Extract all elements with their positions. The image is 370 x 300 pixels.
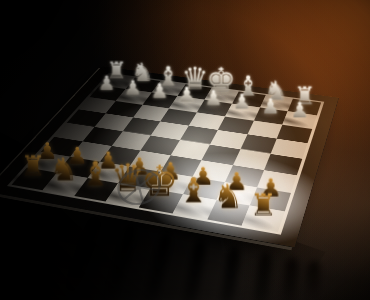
piece-black-pawn[interactable]: ♟ <box>124 78 142 98</box>
square-h1[interactable]: ♜ <box>242 206 285 232</box>
square-a6[interactable] <box>79 97 116 113</box>
piece-white-bishop[interactable]: ♝ <box>178 174 209 208</box>
piece-black-pawn[interactable]: ♟ <box>261 96 280 117</box>
piece-black-pawn[interactable]: ♟ <box>98 74 116 94</box>
board-grid: ♜♞♝♛♚♝♞♜♟♟♟♟♟♟♟♟♟♟♟♟♟♟♟♟♜♞♝♛♚♝♞♜ <box>12 74 322 232</box>
piece-black-pawn[interactable]: ♟ <box>233 92 252 113</box>
piece-white-rook[interactable]: ♜ <box>249 190 276 221</box>
square-h6[interactable] <box>277 125 312 144</box>
piece-black-pawn[interactable]: ♟ <box>177 85 195 105</box>
piece-white-bishop[interactable]: ♝ <box>80 158 110 191</box>
chess-board[interactable]: ♜♞♝♛♚♝♞♜♟♟♟♟♟♟♟♟♟♟♟♟♟♟♟♟♜♞♝♛♚♝♞♜ <box>0 67 339 248</box>
piece-black-pawn[interactable]: ♟ <box>290 100 309 121</box>
piece-black-pawn[interactable]: ♟ <box>205 88 223 109</box>
piece-white-rook[interactable]: ♜ <box>20 152 45 180</box>
square-h7[interactable]: ♟ <box>283 111 317 129</box>
piece-black-pawn[interactable]: ♟ <box>150 81 168 101</box>
photo-stage: ♜♞♝♛♚♝♞♜♟♟♟♟♟♟♟♟♟♟♟♟♟♟♟♟♜♞♝♛♚♝♞♜ <box>0 0 370 300</box>
piece-white-knight[interactable]: ♞ <box>213 180 243 214</box>
watermark-wheel-icon <box>112 162 166 212</box>
piece-white-knight[interactable]: ♞ <box>50 154 79 186</box>
scene: ♜♞♝♛♚♝♞♜♟♟♟♟♟♟♟♟♟♟♟♟♟♟♟♟♜♞♝♛♚♝♞♜ <box>0 0 370 300</box>
